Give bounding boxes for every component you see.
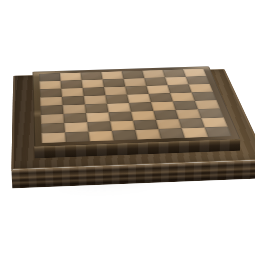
board-square [182, 127, 209, 137]
board-square [158, 128, 184, 139]
product-photo [0, 0, 255, 255]
board-frame [32, 66, 240, 146]
board-square [135, 129, 161, 140]
board-square [205, 127, 232, 137]
board-square [88, 131, 113, 142]
perspective-wrapper [0, 0, 255, 255]
board-square [41, 132, 65, 143]
board-grid [39, 69, 232, 143]
board-square [112, 130, 138, 141]
board-square [65, 132, 90, 143]
